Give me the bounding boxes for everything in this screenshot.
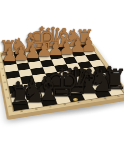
- chess-set-photo: abcdefgh 12345678 ♜♞♝♚♛♝♞♜♟♟♟♟♟♟♟♟♟♟♟♟♟♟…: [0, 0, 124, 150]
- file-label: c: [49, 106, 52, 108]
- file-label: f: [91, 100, 93, 102]
- file-label: a: [20, 110, 23, 113]
- brass-clasp: [73, 98, 78, 101]
- file-label: b: [35, 108, 38, 111]
- rank-label: 4: [2, 75, 4, 77]
- rank-label: 6: [5, 89, 7, 91]
- rank-label: 8: [9, 106, 12, 108]
- board-wrap: abcdefgh 12345678: [2, 17, 112, 127]
- rank-label: 1: [0, 56, 1, 58]
- chess-board: abcdefgh 12345678: [0, 41, 124, 116]
- rank-label: 3: [1, 68, 3, 70]
- file-label: g: [103, 97, 106, 99]
- file-label: d: [63, 104, 66, 106]
- file-label: h: [117, 95, 120, 97]
- rank-label: 5: [4, 82, 6, 84]
- board-grid: [2, 43, 124, 111]
- rank-label: 7: [7, 97, 10, 99]
- rank-label: 2: [0, 62, 2, 64]
- file-label: e: [77, 102, 80, 104]
